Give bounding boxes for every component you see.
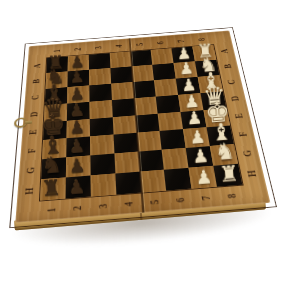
coord-left-D: D [29, 111, 39, 117]
square-E7: ♟ [181, 110, 207, 130]
dark-rook-piece: ♜ [41, 176, 63, 200]
square-H8: ♜ [213, 164, 242, 187]
square-H6 [164, 168, 192, 191]
square-H3 [90, 174, 116, 197]
square-F6 [160, 129, 186, 150]
coord-top-1: 1 [53, 49, 62, 53]
dark-pawn-piece: ♟ [70, 69, 86, 86]
square-G8: ♞ [210, 144, 238, 166]
light-pawn-piece: ♟ [186, 110, 203, 129]
dark-pawn-piece: ♟ [69, 101, 86, 119]
coord-top-4: 4 [115, 44, 124, 48]
brass-clasp-icon [14, 117, 28, 128]
coord-right-F: F [237, 131, 248, 137]
light-pawn-piece: ♟ [181, 76, 197, 94]
coord-right-G: G [241, 150, 253, 157]
dark-pawn-piece: ♟ [69, 119, 86, 138]
dark-pawn-piece: ♟ [68, 157, 86, 177]
light-pawn-piece: ♟ [188, 128, 205, 147]
coord-left-H: H [23, 187, 34, 195]
square-F4 [113, 133, 138, 154]
square-F5 [137, 131, 162, 152]
square-H5 [140, 170, 167, 193]
square-F1: ♝ [42, 139, 66, 160]
square-B5 [131, 65, 154, 82]
dark-pawn-piece: ♟ [69, 137, 86, 156]
coord-right-B: B [223, 64, 233, 69]
square-D4 [112, 98, 136, 117]
coord-bottom-6: 6 [175, 197, 187, 202]
square-C3 [89, 84, 111, 102]
square-D2: ♟ [67, 102, 90, 121]
coord-bottom-4: 4 [124, 201, 135, 206]
light-pawn-piece: ♟ [194, 167, 212, 187]
coord-bottom-7: 7 [200, 195, 212, 200]
square-D6 [156, 95, 181, 114]
square-C8: ♝ [198, 75, 223, 93]
square-B8: ♞ [195, 60, 219, 77]
coord-top-6: 6 [156, 41, 165, 45]
coord-top-8: 8 [197, 37, 207, 41]
square-H1: ♜ [40, 178, 66, 201]
dark-pawn-piece: ♟ [70, 54, 85, 71]
coord-right-E: E [233, 113, 244, 119]
square-G1: ♞ [41, 158, 66, 180]
light-rook-piece: ♜ [196, 41, 214, 61]
square-F2: ♟ [66, 137, 90, 158]
square-F7: ♟ [183, 128, 210, 149]
coord-left-E: E [28, 129, 38, 135]
square-D1: ♛ [44, 103, 67, 122]
square-G4 [114, 152, 140, 174]
coord-right-H: H [245, 170, 257, 178]
coord-top-5: 5 [135, 42, 144, 46]
square-C6 [154, 78, 178, 96]
coord-left-A: A [32, 64, 41, 69]
light-rook-piece: ♜ [218, 162, 240, 186]
dark-knight-piece: ♞ [42, 154, 64, 178]
square-E1: ♚ [43, 121, 67, 141]
coord-left-F: F [26, 148, 37, 154]
light-king-piece: ♚ [204, 97, 231, 127]
square-D7: ♟ [178, 93, 203, 112]
square-G2: ♟ [66, 156, 91, 178]
coord-top-2: 2 [74, 47, 83, 51]
board-squares: ♜♟♟♜♞♟♟♞♝♟♟♝♛♟♟♛♚♟♟♚♝♟♟♝♞♟♟♞♜♟♟♜ [40, 45, 242, 201]
square-B7: ♟ [174, 61, 198, 78]
coord-right-C: C [226, 79, 237, 85]
square-H2: ♟ [65, 176, 90, 199]
square-C1: ♝ [45, 87, 68, 105]
square-G3 [90, 154, 115, 176]
chess-board: ♜♟♟♜♞♟♟♞♝♟♟♝♛♟♟♛♚♟♟♚♝♟♟♝♞♟♟♞♜♟♟♜ 1234567… [15, 31, 270, 223]
dark-pawn-piece: ♟ [68, 177, 86, 197]
square-C7: ♟ [176, 77, 201, 95]
square-F8: ♝ [207, 126, 234, 147]
board-frame: ♜♟♟♜♞♟♟♞♝♟♟♝♛♟♟♛♚♟♟♚♝♟♟♝♞♟♟♞♜♟♟♜ 1234567… [15, 31, 270, 223]
dark-rook-piece: ♜ [47, 52, 65, 72]
square-E4 [112, 115, 136, 135]
light-pawn-piece: ♟ [176, 45, 191, 62]
coord-left-G: G [25, 167, 36, 174]
coord-top-3: 3 [94, 46, 103, 50]
square-B3 [89, 68, 111, 85]
square-D8: ♛ [201, 91, 227, 110]
light-pawn-piece: ♟ [183, 92, 200, 110]
coord-left-B: B [31, 79, 41, 84]
square-G6 [162, 148, 189, 170]
square-D3 [89, 100, 112, 119]
coord-right-D: D [229, 96, 240, 102]
square-E5 [135, 113, 160, 133]
square-G7: ♟ [186, 146, 213, 168]
square-H4 [115, 172, 141, 195]
square-B1: ♞ [46, 71, 68, 88]
square-E8: ♚ [204, 108, 231, 128]
light-pawn-piece: ♟ [178, 60, 194, 77]
square-F3 [90, 135, 114, 156]
coord-bottom-2: 2 [72, 205, 83, 210]
square-G5 [138, 150, 164, 172]
coord-bottom-8: 8 [226, 193, 238, 198]
square-B6 [153, 63, 176, 80]
coord-bottom-3: 3 [98, 203, 109, 208]
square-E2: ♟ [66, 119, 89, 139]
coord-right-A: A [219, 49, 229, 54]
square-C5 [133, 80, 157, 98]
square-H7: ♟ [189, 166, 217, 189]
square-E3 [90, 117, 114, 137]
square-B2: ♟ [67, 70, 89, 87]
square-C4 [111, 82, 134, 100]
square-E6 [158, 112, 183, 132]
coord-top-7: 7 [176, 39, 185, 43]
coord-bottom-5: 5 [149, 199, 161, 204]
board-perspective-wrapper: ♜♟♟♜♞♟♟♞♝♟♟♝♛♟♟♛♚♟♟♚♝♟♟♝♞♟♟♞♜♟♟♜ 1234567… [1, 2, 287, 262]
chess-set-photo: ♜♟♟♜♞♟♟♞♝♟♟♝♛♟♟♛♚♟♟♚♝♟♟♝♞♟♟♞♜♟♟♜ 1234567… [0, 0, 288, 288]
square-B4 [110, 66, 132, 83]
square-C2: ♟ [67, 85, 89, 103]
dark-pawn-piece: ♟ [69, 85, 85, 103]
coord-bottom-1: 1 [47, 207, 58, 212]
square-D5 [134, 96, 158, 115]
light-pawn-piece: ♟ [191, 147, 209, 167]
coord-left-C: C [30, 95, 40, 101]
